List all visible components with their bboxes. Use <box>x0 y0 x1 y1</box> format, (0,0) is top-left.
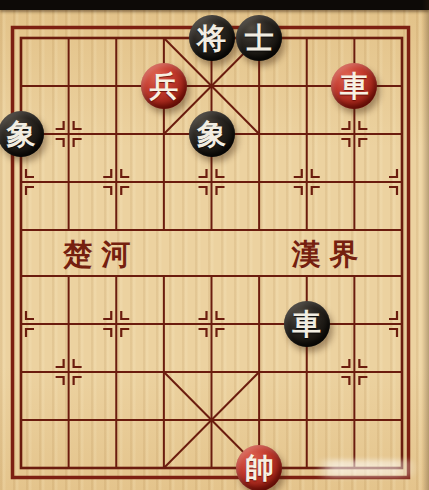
piece-black-chariot[interactable]: 車 <box>284 301 330 347</box>
xiangqi-board[interactable]: 楚河 漢界 将士兵車象象車帥 <box>0 0 429 490</box>
xiangqi-screen: 楚河 漢界 将士兵車象象車帥 <box>0 0 429 490</box>
piece-glyph: 象 <box>7 111 36 157</box>
piece-black-general[interactable]: 将 <box>189 15 235 61</box>
piece-glyph: 士 <box>245 15 274 61</box>
piece-red-chariot[interactable]: 車 <box>331 63 377 109</box>
piece-glyph: 象 <box>197 111 226 157</box>
piece-black-elephant[interactable]: 象 <box>189 111 235 157</box>
piece-glyph: 将 <box>197 15 226 61</box>
piece-black-advisor[interactable]: 士 <box>236 15 282 61</box>
piece-glyph: 帥 <box>245 445 274 490</box>
watermark-smudge <box>315 460 417 477</box>
river-label-left: 楚河 <box>42 237 152 271</box>
top-letterbox-bar <box>0 0 429 10</box>
piece-red-general[interactable]: 帥 <box>236 445 282 490</box>
piece-red-soldier[interactable]: 兵 <box>141 63 187 109</box>
piece-glyph: 兵 <box>149 63 178 109</box>
piece-glyph: 車 <box>292 301 321 347</box>
piece-glyph: 車 <box>340 63 369 109</box>
piece-black-elephant[interactable]: 象 <box>0 111 44 157</box>
right-edge-shadow <box>422 0 429 490</box>
river-label-right: 漢界 <box>270 237 380 271</box>
